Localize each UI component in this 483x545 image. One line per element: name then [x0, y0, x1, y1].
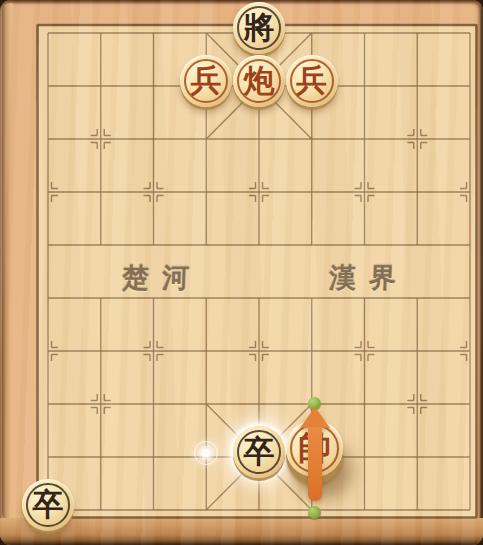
piece-red-soldier-right[interactable]: 兵	[286, 55, 338, 107]
move-origin-dot	[308, 506, 321, 519]
xiangqi-app: 楚河 漢界 將兵炮兵卒帥卒	[0, 0, 483, 545]
board[interactable]: 楚河 漢界 將兵炮兵卒帥卒	[0, 0, 483, 545]
piece-black-soldier-center[interactable]: 卒	[233, 426, 285, 478]
piece-character: 卒	[33, 489, 64, 520]
piece-character: 卒	[244, 436, 275, 467]
piece-character: 炮	[244, 65, 275, 96]
piece-character: 兵	[296, 65, 327, 96]
piece-black-general[interactable]: 將	[233, 2, 285, 54]
piece-character: 將	[244, 12, 275, 43]
piece-red-cannon[interactable]: 炮	[233, 55, 285, 107]
piece-black-soldier-edge[interactable]: 卒	[22, 479, 74, 531]
arrow-head-icon	[300, 407, 330, 428]
move-hint-glow	[187, 434, 225, 472]
arrow-shaft	[308, 427, 322, 501]
piece-character: 兵	[191, 65, 222, 96]
piece-red-soldier-left[interactable]: 兵	[180, 55, 232, 107]
